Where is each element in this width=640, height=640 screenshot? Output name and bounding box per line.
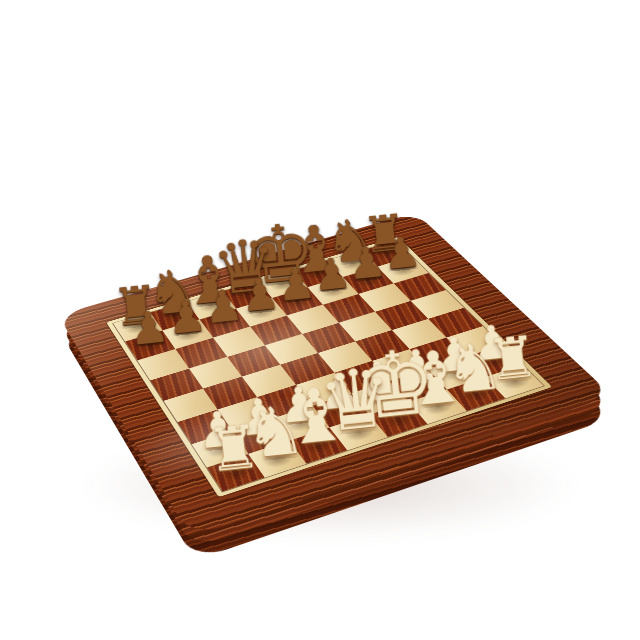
black-pawn[interactable]: ♟	[274, 261, 317, 308]
product-photo-scene: ♜♞♝♛♚♝♞♜♟♟♟♟♟♟♟♟♟♟♟♟♟♟♟♟♜♞♝♛♚♝♞♜	[0, 0, 640, 640]
square-a1[interactable]: ♜	[207, 454, 265, 492]
white-rook[interactable]: ♜	[204, 417, 263, 482]
